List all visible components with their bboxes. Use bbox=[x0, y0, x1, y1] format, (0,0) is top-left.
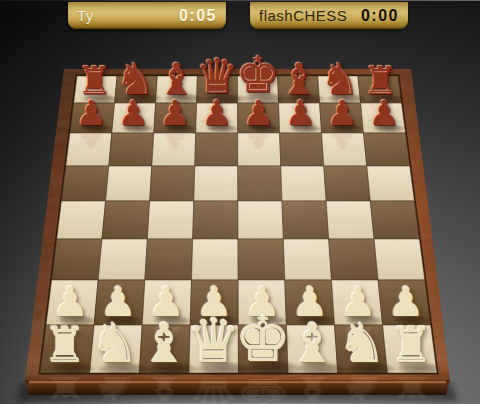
piece-g1-white-knight[interactable]: ♞ bbox=[338, 316, 387, 371]
piece-f1-white-bishop[interactable]: ♝ bbox=[288, 316, 337, 371]
piece-a1-white-rook[interactable]: ♜ bbox=[43, 322, 87, 371]
piece-b1-white-knight[interactable]: ♞ bbox=[90, 316, 139, 371]
piece-c7-black-pawn[interactable]: ♟ bbox=[159, 96, 190, 131]
piece-c1-white-bishop[interactable]: ♝ bbox=[140, 316, 189, 371]
piece-d7-black-pawn[interactable]: ♟ bbox=[201, 96, 232, 131]
piece-h7-black-pawn[interactable]: ♟ bbox=[369, 96, 400, 131]
piece-d1-white-queen[interactable]: ♛ bbox=[186, 310, 241, 371]
piece-b7-black-pawn[interactable]: ♟ bbox=[118, 96, 149, 131]
piece-a7-black-pawn[interactable]: ♟ bbox=[76, 96, 107, 131]
piece-f7-black-pawn[interactable]: ♟ bbox=[285, 96, 316, 131]
piece-h1-white-rook[interactable]: ♜ bbox=[390, 322, 434, 371]
game-stage: Ty 0:05 flashCHESS 0:00 ♜♜♞♞♝♝♛♛♚♚♝♝♞♞♜♜… bbox=[0, 0, 480, 404]
piece-e1-white-king[interactable]: ♚ bbox=[235, 308, 292, 371]
piece-g7-black-pawn[interactable]: ♟ bbox=[327, 96, 358, 131]
piece-e7-black-pawn[interactable]: ♟ bbox=[243, 96, 274, 131]
